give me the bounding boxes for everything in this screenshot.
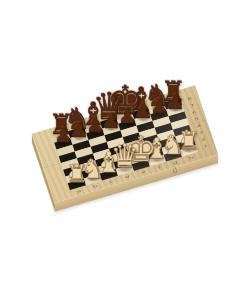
chess-set-scene: ♘ abcdefgh 12345678 ♜♞♟♝♟♚♟♛♟♝♟♞♟♜♟♟♟♟♜♟… — [0, 0, 240, 303]
piece-black-pawn-a7[interactable]: ♟ — [41, 125, 85, 146]
piece-white-rook-a1[interactable]: ♜ — [55, 162, 99, 186]
product-photo: ♘ abcdefgh 12345678 ♜♞♟♝♟♚♟♛♟♝♟♞♟♜♟♟♟♟♜♟… — [0, 0, 240, 303]
